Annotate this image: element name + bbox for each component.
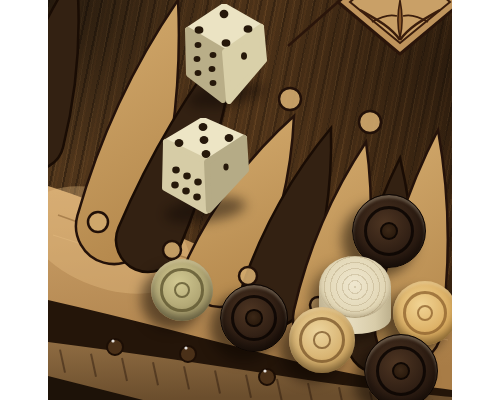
checker-olive-1[interactable] <box>151 259 213 321</box>
checker-groove <box>174 282 190 298</box>
backgammon-photo <box>48 0 452 400</box>
die-1[interactable] <box>185 4 267 104</box>
screenshot <box>0 0 500 400</box>
checker-tan-1[interactable] <box>289 307 355 373</box>
checker-groove <box>245 309 262 326</box>
checker-groove <box>313 331 330 348</box>
pieces-layer <box>48 0 452 400</box>
checker-dark-3[interactable] <box>220 284 288 352</box>
right-margin <box>452 0 500 400</box>
die-2[interactable] <box>161 118 251 216</box>
left-margin <box>0 0 48 400</box>
checker-dark-2[interactable] <box>364 334 438 400</box>
